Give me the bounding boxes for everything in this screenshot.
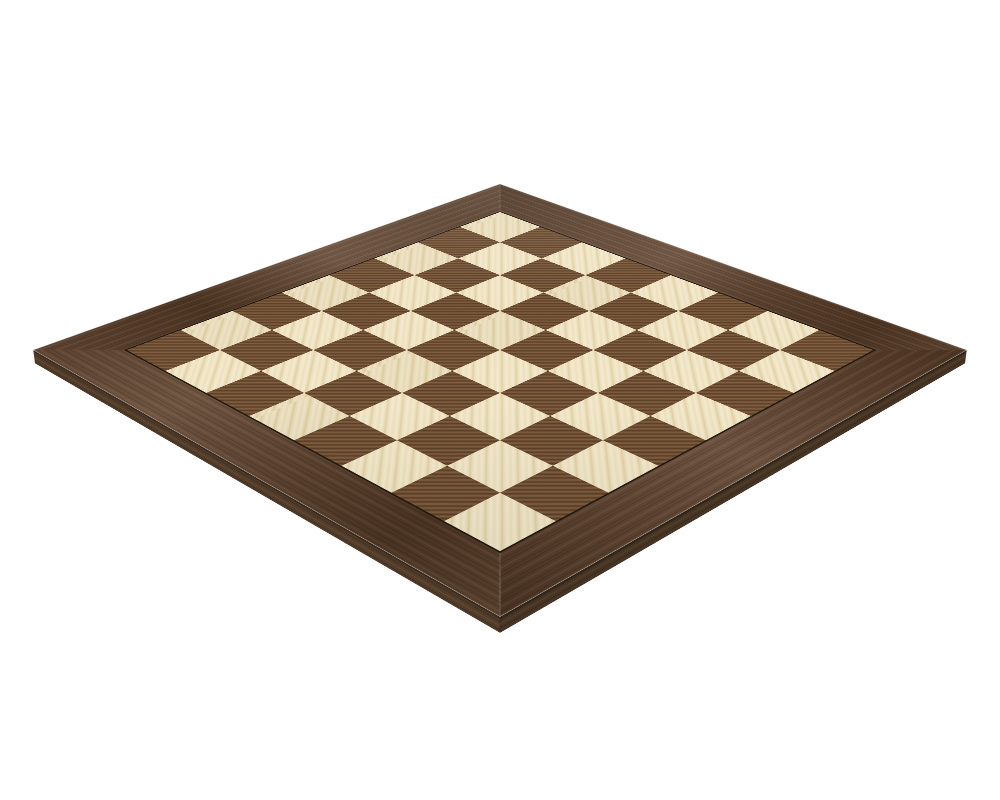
board-frame-near-left-side xyxy=(33,330,559,617)
square-h5 xyxy=(651,393,751,440)
square-f3 xyxy=(450,393,550,440)
square-e3 xyxy=(402,371,500,416)
board-top-face xyxy=(33,184,966,617)
square-h7 xyxy=(739,350,835,393)
square-h6 xyxy=(696,371,794,416)
square-c2 xyxy=(261,350,357,393)
product-photo xyxy=(0,0,1000,800)
square-d2 xyxy=(304,371,402,416)
square-g5 xyxy=(598,371,696,416)
square-f1 xyxy=(342,440,448,492)
board-playing-area xyxy=(124,211,876,553)
square-g2 xyxy=(447,440,553,492)
square-f4 xyxy=(500,371,598,416)
square-g6 xyxy=(643,350,739,393)
board-frame-far-right-side xyxy=(441,330,967,617)
chess-board xyxy=(33,184,966,617)
square-c1 xyxy=(206,371,304,416)
square-b1 xyxy=(166,350,262,393)
photo-scene xyxy=(0,0,1000,800)
square-e4 xyxy=(452,350,548,393)
square-g1 xyxy=(391,466,500,521)
square-e1 xyxy=(294,416,397,466)
square-h1 xyxy=(444,493,556,551)
square-d1 xyxy=(249,393,349,440)
square-h3 xyxy=(553,440,659,492)
square-g3 xyxy=(500,416,603,466)
square-f2 xyxy=(397,416,500,466)
square-f5 xyxy=(548,350,644,393)
square-h4 xyxy=(603,416,706,466)
square-d3 xyxy=(357,350,453,393)
square-g4 xyxy=(550,393,650,440)
square-h2 xyxy=(500,466,609,521)
square-e2 xyxy=(349,393,449,440)
